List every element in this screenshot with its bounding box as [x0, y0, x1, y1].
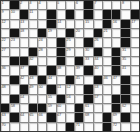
black-cell-r6c4	[29, 48, 37, 56]
clue-number: 56	[66, 95, 70, 99]
black-cell-r11c2	[10, 95, 18, 103]
cell-r2c14[interactable]	[121, 10, 129, 18]
clue-number: 46	[103, 76, 107, 80]
cell-r5c3[interactable]	[20, 38, 28, 46]
cell-r2c5[interactable]	[38, 10, 46, 18]
cell-r2c11[interactable]	[94, 10, 102, 18]
clue-number: 18	[20, 29, 24, 33]
cell-r4c3[interactable]: 18	[20, 29, 28, 37]
clue-number: 28	[39, 48, 43, 52]
cell-r12c12[interactable]	[103, 104, 111, 112]
cell-r9c7[interactable]	[57, 76, 65, 84]
cell-r4c1[interactable]	[1, 29, 9, 37]
black-cell-r8c10	[84, 66, 92, 74]
clue-number: 26	[94, 38, 98, 42]
cell-r3c10[interactable]: 15	[84, 20, 92, 28]
cell-r6c14[interactable]: 31	[121, 48, 129, 56]
cell-r6c10[interactable]: 30	[84, 48, 92, 56]
cell-r6c5[interactable]: 28	[38, 48, 46, 56]
cell-r5c1[interactable]: 22	[1, 38, 9, 46]
clue-number: 62	[122, 104, 126, 108]
clue-number: 22	[2, 38, 6, 42]
cell-r14c9[interactable]: 71	[75, 123, 83, 131]
black-cell-r11c13	[112, 95, 120, 103]
cell-r10c5[interactable]: 50	[38, 85, 46, 93]
black-cell-r2c10	[84, 10, 92, 18]
cell-r13c15[interactable]	[131, 113, 139, 121]
cell-r14c15[interactable]	[131, 123, 139, 131]
cell-r12c7[interactable]: 60	[57, 104, 65, 112]
black-cell-r4c5	[38, 29, 46, 37]
black-cell-r10c14	[121, 85, 129, 93]
cell-r6c6[interactable]	[47, 48, 55, 56]
cell-r1c14[interactable]: 8	[121, 1, 129, 9]
black-cell-r10c6	[47, 85, 55, 93]
cell-r12c8[interactable]	[66, 104, 74, 112]
black-cell-r1c10	[84, 1, 92, 9]
cell-r8c11[interactable]: 40	[94, 66, 102, 74]
black-cell-r9c11	[94, 76, 102, 84]
black-cell-r11c10	[84, 95, 92, 103]
cell-r3c1[interactable]: 12	[1, 20, 9, 28]
clue-number: 6	[76, 1, 78, 5]
cell-r5c8[interactable]: 25	[66, 38, 74, 46]
cell-r10c1[interactable]: 48	[1, 85, 9, 93]
cell-r10c11[interactable]: 53	[94, 85, 102, 93]
clue-number: 72	[113, 123, 117, 127]
cell-r14c4[interactable]	[29, 123, 37, 131]
black-cell-r10c3	[20, 85, 28, 93]
cell-r3c8[interactable]	[66, 20, 74, 28]
cell-r11c1[interactable]	[1, 95, 9, 103]
black-cell-r8c13	[112, 66, 120, 74]
clue-number: 19	[48, 29, 52, 33]
black-cell-r7c13	[112, 57, 120, 65]
cell-r13c4[interactable]: 65	[29, 113, 37, 121]
cell-r4c12[interactable]: 21	[103, 29, 111, 37]
cell-r6c8[interactable]: 29	[66, 48, 74, 56]
cell-r6c3[interactable]	[20, 48, 28, 56]
black-cell-r12c4	[29, 104, 37, 112]
clue-number: 2	[20, 1, 22, 5]
black-cell-r2c15	[131, 10, 139, 18]
cell-r7c5[interactable]	[38, 57, 46, 65]
cell-r6c9[interactable]	[75, 48, 83, 56]
cell-r12c3[interactable]	[20, 104, 28, 112]
cell-r1c9[interactable]: 6	[75, 1, 83, 9]
cell-r1c5[interactable]: 4	[38, 1, 46, 9]
cell-r9c10[interactable]	[84, 76, 92, 84]
cell-r3c7[interactable]: 14	[57, 20, 65, 28]
cell-r5c11[interactable]: 26	[94, 38, 102, 46]
cell-r14c10[interactable]	[84, 123, 92, 131]
cell-r11c9[interactable]	[75, 95, 83, 103]
black-cell-r3c14	[121, 20, 129, 28]
cell-r14c7[interactable]	[57, 123, 65, 131]
cell-r13c13[interactable]: 69	[112, 113, 120, 121]
clue-number: 24	[39, 38, 43, 42]
clue-number: 45	[76, 76, 80, 80]
black-cell-r4c8	[66, 29, 74, 37]
cell-r14c2[interactable]	[10, 123, 18, 131]
black-cell-r2c13	[112, 10, 120, 18]
cell-r11c15[interactable]	[131, 95, 139, 103]
cell-r7c12[interactable]	[103, 57, 111, 65]
cell-r4c15[interactable]	[131, 29, 139, 37]
cell-r4c4[interactable]	[29, 29, 37, 37]
cell-r3c13[interactable]: 16	[112, 20, 120, 28]
cell-r14c11[interactable]	[94, 123, 102, 131]
cell-r9c15[interactable]	[131, 76, 139, 84]
cell-r12c10[interactable]: 61	[84, 104, 92, 112]
clue-number: 54	[20, 95, 24, 99]
clue-number: 33	[85, 57, 89, 61]
clue-number: 67	[57, 113, 61, 117]
cell-r9c13[interactable]: 47	[112, 76, 120, 84]
crossword-grid: 1234567891011121314151617181920212223242…	[0, 0, 140, 132]
clue-number: 65	[29, 113, 33, 117]
black-cell-r9c14	[121, 76, 129, 84]
black-cell-r2c3	[20, 10, 28, 18]
cell-r14c14[interactable]	[121, 123, 129, 131]
clue-number: 38	[57, 66, 61, 70]
cell-r2c9[interactable]	[75, 10, 83, 18]
cell-r2c1[interactable]: 9	[1, 10, 9, 18]
black-cell-r12c9	[75, 104, 83, 112]
black-cell-r10c10	[84, 85, 92, 93]
cell-r11c6[interactable]: 55	[47, 95, 55, 103]
cell-r3c3[interactable]: 13	[20, 20, 28, 28]
black-cell-r2c12	[103, 10, 111, 18]
cell-r9c4[interactable]: 43	[29, 76, 37, 84]
black-cell-r7c3	[20, 57, 28, 65]
clue-number: 7	[94, 1, 96, 5]
black-cell-r9c2	[10, 76, 18, 84]
cell-r12c15[interactable]	[131, 104, 139, 112]
black-cell-r13c9	[75, 113, 83, 121]
cell-r13c10[interactable]: 68	[84, 113, 92, 121]
cell-r10c4[interactable]: 49	[29, 85, 37, 93]
cell-r13c5[interactable]: 66	[38, 113, 46, 121]
black-cell-r13c6	[47, 113, 55, 121]
cell-r6c2[interactable]	[10, 48, 18, 56]
black-cell-r11c14	[121, 95, 129, 103]
clue-number: 16	[113, 20, 117, 24]
cell-r11c4[interactable]	[29, 95, 37, 103]
clue-number: 57	[94, 95, 98, 99]
black-cell-r3c6	[47, 20, 55, 28]
black-cell-r3c12	[103, 20, 111, 28]
clue-number: 40	[94, 66, 98, 70]
cell-r4c6[interactable]: 19	[47, 29, 55, 37]
cell-r14c3[interactable]	[20, 123, 28, 131]
black-cell-r7c9	[75, 57, 83, 65]
clue-number: 32	[29, 57, 33, 61]
cell-r8c14[interactable]: 41	[121, 66, 129, 74]
clue-number: 63	[2, 113, 6, 117]
cell-r1c4[interactable]: 3	[29, 1, 37, 9]
black-cell-r5c10	[84, 38, 92, 46]
clue-number: 9	[2, 10, 4, 14]
black-cell-r12c13	[112, 104, 120, 112]
black-cell-r4c14	[121, 29, 129, 37]
clue-number: 52	[66, 85, 70, 89]
cell-r10c15[interactable]	[131, 85, 139, 93]
cell-r7c15[interactable]	[131, 57, 139, 65]
black-cell-r8c6	[47, 66, 55, 74]
cell-r2c7[interactable]	[57, 10, 65, 18]
cell-r12c14[interactable]: 62	[121, 104, 129, 112]
clue-number: 15	[85, 20, 89, 24]
cell-r4c9[interactable]: 20	[75, 29, 83, 37]
black-cell-r2c8	[66, 10, 74, 18]
clue-number: 61	[85, 104, 89, 108]
cell-r5c6[interactable]	[47, 38, 55, 46]
clue-number: 3	[29, 1, 31, 5]
cell-r3c5[interactable]	[38, 20, 46, 28]
cell-r4c10[interactable]	[84, 29, 92, 37]
cell-r1c1[interactable]: 1	[1, 1, 9, 9]
cell-r1c13[interactable]	[112, 1, 120, 9]
clue-number: 50	[39, 85, 43, 89]
cell-r8c1[interactable]: 36	[1, 66, 9, 74]
clue-number: 25	[66, 38, 70, 42]
clue-number: 51	[57, 85, 61, 89]
cell-r6c15[interactable]	[131, 48, 139, 56]
black-cell-r14c8	[66, 123, 74, 131]
cell-r3c4[interactable]	[29, 20, 37, 28]
cell-r7c11[interactable]: 34	[94, 57, 102, 65]
cell-r8c7[interactable]: 38	[57, 66, 65, 74]
clue-number: 4	[39, 1, 41, 5]
black-cell-r7c2	[10, 57, 18, 65]
clue-number: 59	[48, 104, 52, 108]
clue-number: 20	[76, 29, 80, 33]
clue-number: 41	[122, 66, 126, 70]
cell-r8c15[interactable]	[131, 66, 139, 74]
clue-number: 70	[2, 123, 6, 127]
black-cell-r5c14	[121, 38, 129, 46]
cell-r7c8[interactable]	[66, 57, 74, 65]
clue-number: 69	[113, 113, 117, 117]
cell-r2c4[interactable]: 11	[29, 10, 37, 18]
black-cell-r6c7	[57, 48, 65, 56]
cell-r9c12[interactable]: 46	[103, 76, 111, 84]
cell-r10c9[interactable]	[75, 85, 83, 93]
cell-r8c2[interactable]	[10, 66, 18, 74]
cell-r6c1[interactable]: 27	[1, 48, 9, 56]
cell-r11c11[interactable]: 57	[94, 95, 102, 103]
cell-r8c5[interactable]	[38, 66, 46, 74]
cell-r8c3[interactable]: 37	[20, 66, 28, 74]
clue-number: 44	[48, 76, 52, 80]
clue-number: 49	[29, 85, 33, 89]
clue-number: 1	[2, 1, 4, 5]
cell-r10c12[interactable]	[103, 85, 111, 93]
clue-number: 11	[29, 10, 33, 14]
cell-r8c8[interactable]	[66, 66, 74, 74]
cell-r11c8[interactable]: 56	[66, 95, 74, 103]
cell-r11c3[interactable]: 54	[20, 95, 28, 103]
cell-r1c15[interactable]	[131, 1, 139, 9]
clue-number: 64	[20, 113, 24, 117]
clue-number: 71	[76, 123, 80, 127]
clue-number: 30	[85, 48, 89, 52]
black-cell-r13c14	[121, 113, 129, 121]
clue-number: 48	[2, 85, 6, 89]
cell-r14c6[interactable]	[47, 123, 55, 131]
cell-r11c5[interactable]	[38, 95, 46, 103]
cell-r5c9[interactable]	[75, 38, 83, 46]
black-cell-r14c12	[103, 123, 111, 131]
cell-r5c5[interactable]: 24	[38, 38, 46, 46]
cell-r9c3[interactable]: 42	[20, 76, 28, 84]
cell-r1c7[interactable]: 5	[57, 1, 65, 9]
cell-r14c1[interactable]: 70	[1, 123, 9, 131]
black-cell-r9c8	[66, 76, 74, 84]
black-cell-r1c2	[10, 1, 18, 9]
cell-r5c2[interactable]: 23	[10, 38, 18, 46]
cell-r12c2[interactable]: 58	[10, 104, 18, 112]
clue-number: 5	[57, 1, 59, 5]
clue-number: 36	[2, 66, 6, 70]
cell-r10c13[interactable]	[112, 85, 120, 93]
cell-r10c8[interactable]: 52	[66, 85, 74, 93]
clue-number: 14	[57, 20, 61, 24]
black-cell-r4c2	[10, 29, 18, 37]
clue-number: 12	[2, 20, 6, 24]
clue-number: 31	[122, 48, 126, 52]
clue-number: 29	[66, 48, 70, 52]
cell-r3c9[interactable]	[75, 20, 83, 28]
crossword-page: 1234567891011121314151617181920212223242…	[0, 0, 140, 132]
black-cell-r13c12	[103, 113, 111, 121]
black-cell-r9c5	[38, 76, 46, 84]
cell-r1c8[interactable]	[66, 1, 74, 9]
black-cell-r5c7	[57, 38, 65, 46]
cell-r13c7[interactable]: 67	[57, 113, 65, 121]
cell-r5c4[interactable]	[29, 38, 37, 46]
black-cell-r12c5	[38, 104, 46, 112]
cell-r11c12[interactable]	[103, 95, 111, 103]
cell-r6c12[interactable]	[103, 48, 111, 56]
cell-r3c2[interactable]	[10, 20, 18, 28]
cell-r8c9[interactable]: 39	[75, 66, 83, 74]
clue-number: 42	[20, 76, 24, 80]
cell-r3c15[interactable]: 17	[131, 20, 139, 28]
cell-r1c12[interactable]	[103, 1, 111, 9]
cell-r9c6[interactable]: 44	[47, 76, 55, 84]
clue-number: 55	[48, 95, 52, 99]
cell-r5c12[interactable]	[103, 38, 111, 46]
cell-r14c5[interactable]	[38, 123, 46, 131]
cell-r13c3[interactable]: 64	[20, 113, 28, 121]
cell-r1c6[interactable]	[47, 1, 55, 9]
cell-r4c13[interactable]	[112, 29, 120, 37]
cell-r10c7[interactable]: 51	[57, 85, 65, 93]
clue-number: 35	[122, 57, 126, 61]
clue-number: 68	[85, 113, 89, 117]
cell-r7c14[interactable]: 35	[121, 57, 129, 65]
cell-r12c6[interactable]: 59	[47, 104, 55, 112]
clue-number: 10	[11, 10, 15, 14]
clue-number: 58	[11, 104, 15, 108]
cell-r5c13[interactable]	[112, 38, 120, 46]
cell-r13c1[interactable]: 63	[1, 113, 9, 121]
clue-number: 47	[113, 76, 117, 80]
clue-number: 27	[2, 48, 6, 52]
black-cell-r11c7	[57, 95, 65, 103]
cell-r2c2[interactable]: 10	[10, 10, 18, 18]
clue-number: 23	[11, 38, 15, 42]
cell-r1c3[interactable]: 2	[20, 1, 28, 9]
black-cell-r12c1	[1, 104, 9, 112]
cell-r9c9[interactable]: 45	[75, 76, 83, 84]
cell-r7c6[interactable]	[47, 57, 55, 65]
clue-number: 13	[20, 20, 24, 24]
clue-number: 66	[39, 113, 43, 117]
black-cell-r13c2	[10, 113, 18, 121]
clue-number: 43	[29, 76, 33, 80]
black-cell-r2c6	[47, 10, 55, 18]
cell-r13c11[interactable]	[94, 113, 102, 121]
cell-r3c11[interactable]	[94, 20, 102, 28]
clue-number: 37	[20, 66, 24, 70]
clue-number: 21	[103, 29, 107, 33]
clue-number: 34	[94, 57, 98, 61]
cell-r8c12[interactable]	[103, 66, 111, 74]
cell-r7c4[interactable]: 32	[29, 57, 37, 65]
black-cell-r4c11	[94, 29, 102, 37]
cell-r1c11[interactable]: 7	[94, 1, 102, 9]
cell-r4c7[interactable]	[57, 29, 65, 37]
black-cell-r8c4	[29, 66, 37, 74]
cell-r9c1[interactable]	[1, 76, 9, 84]
clue-number: 53	[94, 85, 98, 89]
clue-number: 60	[57, 104, 61, 108]
cell-r12c11[interactable]	[94, 104, 102, 112]
cell-r13c8[interactable]	[66, 113, 74, 121]
cell-r14c13[interactable]: 72	[112, 123, 120, 131]
cell-r10c2[interactable]	[10, 85, 18, 93]
clue-number: 8	[122, 1, 124, 5]
cell-r5c15[interactable]	[131, 38, 139, 46]
black-cell-r6c11	[94, 48, 102, 56]
black-cell-r6c13	[112, 48, 120, 56]
cell-r7c1[interactable]	[1, 57, 9, 65]
clue-number: 17	[131, 20, 135, 24]
black-cell-r7c7	[57, 57, 65, 65]
cell-r7c10[interactable]: 33	[84, 57, 92, 65]
clue-number: 39	[76, 66, 80, 70]
